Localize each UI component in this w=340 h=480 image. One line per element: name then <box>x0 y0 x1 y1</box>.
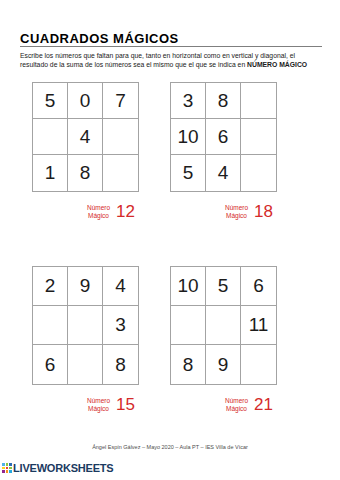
magic-square-cell: 8 <box>206 83 241 119</box>
magic-square-cell-empty[interactable] <box>103 155 138 191</box>
magic-number-keyword: NÚMERO MÁGICO <box>247 61 307 68</box>
magic-square-cell-empty[interactable] <box>241 155 276 191</box>
instructions-line-2: resultado de la suma de los números sea … <box>20 61 307 70</box>
magic-square-3: 2 9 4 3 6 8 Número Mágico 15 <box>32 266 139 415</box>
magic-square-cell: 3 <box>171 83 206 119</box>
liveworksheets-logo-text: LIVEWORKSHEETS <box>13 462 114 474</box>
magic-square-4: 10 5 6 11 8 9 Número Mágico 21 <box>170 266 277 415</box>
magic-square-cell: 8 <box>103 345 138 384</box>
magic-number-label: Número Mágico <box>225 397 248 413</box>
magic-square-cell: 11 <box>241 306 276 345</box>
magic-square-cell: 8 <box>68 155 103 191</box>
magic-square-cell: 5 <box>33 83 68 119</box>
magic-square-cell: 6 <box>206 119 241 155</box>
worksheet-title: CUADRADOS MÁGICOS <box>20 31 179 46</box>
magic-number-label: Número Mágico <box>87 204 110 220</box>
magic-square-cell: 4 <box>68 119 103 155</box>
magic-square-cell: 2 <box>33 267 68 306</box>
magic-square-cell: 8 <box>171 345 206 384</box>
magic-square-cell-empty[interactable] <box>33 119 68 155</box>
liveworksheets-grid-icon <box>2 463 12 473</box>
magic-square-cell-empty[interactable] <box>171 306 206 345</box>
magic-square-cell: 4 <box>206 155 241 191</box>
magic-number-value: 21 <box>254 395 273 415</box>
magic-square-grid-1: 5 0 7 4 1 8 <box>32 82 139 192</box>
instructions-line-1: Escribe los números que faltan para que,… <box>20 52 307 61</box>
magic-square-cell-empty[interactable] <box>241 119 276 155</box>
magic-square-cell: 4 <box>103 267 138 306</box>
magic-square-cell-empty[interactable] <box>103 119 138 155</box>
magic-number-row: Número Mágico 15 <box>32 395 139 415</box>
magic-square-grid-2: 3 8 10 6 5 4 <box>170 82 277 192</box>
magic-square-cell-empty[interactable] <box>241 345 276 384</box>
liveworksheets-logo[interactable]: LIVEWORKSHEETS <box>2 462 114 474</box>
magic-number-row: Número Mágico 12 <box>32 202 139 222</box>
magic-square-cell-empty[interactable] <box>33 306 68 345</box>
magic-square-cell-empty[interactable] <box>68 306 103 345</box>
magic-number-value: 12 <box>116 202 135 222</box>
magic-number-label: Número Mágico <box>87 397 110 413</box>
magic-square-cell: 1 <box>33 155 68 191</box>
magic-square-grid-4: 10 5 6 11 8 9 <box>170 266 277 385</box>
magic-square-cell-empty[interactable] <box>68 345 103 384</box>
magic-number-label: Número Mágico <box>225 204 248 220</box>
magic-square-2: 3 8 10 6 5 4 Número Mágico 18 <box>170 82 277 222</box>
magic-square-cell: 9 <box>68 267 103 306</box>
magic-square-cell: 6 <box>33 345 68 384</box>
magic-square-cell: 9 <box>206 345 241 384</box>
magic-square-cell: 5 <box>171 155 206 191</box>
magic-square-1: 5 0 7 4 1 8 Número Mágico 12 <box>32 82 139 222</box>
magic-number-value: 15 <box>116 395 135 415</box>
instructions: Escribe los números que faltan para que,… <box>20 52 307 69</box>
magic-square-cell-empty[interactable] <box>206 306 241 345</box>
magic-square-cell: 7 <box>103 83 138 119</box>
magic-square-cell: 3 <box>103 306 138 345</box>
magic-number-row: Número Mágico 21 <box>170 395 277 415</box>
footer-credit: Ángel Espín Gálvez – Mayo 2020 – Aula PT… <box>0 444 340 450</box>
title-divider <box>20 46 322 47</box>
magic-square-cell-empty[interactable] <box>241 83 276 119</box>
magic-square-cell: 10 <box>171 119 206 155</box>
magic-square-cell: 10 <box>171 267 206 306</box>
magic-square-cell: 6 <box>241 267 276 306</box>
magic-square-cell: 5 <box>206 267 241 306</box>
magic-number-row: Número Mágico 18 <box>170 202 277 222</box>
magic-square-cell: 0 <box>68 83 103 119</box>
magic-square-grid-3: 2 9 4 3 6 8 <box>32 266 139 385</box>
magic-number-value: 18 <box>254 202 273 222</box>
